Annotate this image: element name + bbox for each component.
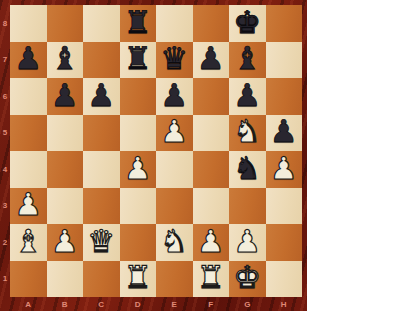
square-g8[interactable]: ♚ xyxy=(229,5,266,42)
square-b6[interactable]: ♟ xyxy=(47,78,84,115)
square-f4[interactable] xyxy=(193,151,230,188)
square-h5[interactable]: ♟ xyxy=(266,115,303,152)
rank-label-6: 6 xyxy=(0,78,10,115)
rank-coordinates: 87654321 xyxy=(0,5,10,297)
square-b5[interactable] xyxy=(47,115,84,152)
square-e4[interactable] xyxy=(156,151,193,188)
piece-black-queen: ♛ xyxy=(160,43,188,74)
square-g6[interactable]: ♟ xyxy=(229,78,266,115)
file-label-g: G xyxy=(229,297,266,311)
piece-white-pawn: ♟ xyxy=(270,153,298,184)
file-label-e: E xyxy=(156,297,193,311)
square-e8[interactable] xyxy=(156,5,193,42)
square-h7[interactable] xyxy=(266,42,303,79)
piece-black-rook: ♜ xyxy=(124,7,152,38)
rank-label-8: 8 xyxy=(0,5,10,42)
square-g5[interactable]: ♞ xyxy=(229,115,266,152)
square-g1[interactable]: ♚ xyxy=(229,261,266,298)
square-d8[interactable]: ♜ xyxy=(120,5,157,42)
square-g2[interactable]: ♟ xyxy=(229,224,266,261)
piece-black-rook: ♜ xyxy=(124,43,152,74)
square-b3[interactable] xyxy=(47,188,84,225)
file-label-d: D xyxy=(120,297,157,311)
chessboard: ♜♚♟♝♜♛♟♝♟♟♟♟♟♞♟♟♞♟♟♝♟♛♞♟♟♜♜♚ xyxy=(10,5,302,297)
square-c6[interactable]: ♟ xyxy=(83,78,120,115)
rank-label-4: 4 xyxy=(0,151,10,188)
square-a7[interactable]: ♟ xyxy=(10,42,47,79)
square-c8[interactable] xyxy=(83,5,120,42)
square-d6[interactable] xyxy=(120,78,157,115)
square-a1[interactable] xyxy=(10,261,47,298)
piece-black-pawn: ♟ xyxy=(51,80,79,111)
file-label-h: H xyxy=(266,297,303,311)
square-e6[interactable]: ♟ xyxy=(156,78,193,115)
rank-label-1: 1 xyxy=(0,261,10,298)
square-c1[interactable] xyxy=(83,261,120,298)
piece-white-knight: ♞ xyxy=(233,116,261,147)
square-h1[interactable] xyxy=(266,261,303,298)
piece-black-pawn: ♟ xyxy=(270,116,298,147)
square-a5[interactable] xyxy=(10,115,47,152)
piece-white-bishop: ♝ xyxy=(14,226,42,257)
chess-app-canvas: 87654321 ♜♚♟♝♜♛♟♝♟♟♟♟♟♞♟♟♞♟♟♝♟♛♞♟♟♜♜♚ AB… xyxy=(0,0,414,311)
square-b8[interactable] xyxy=(47,5,84,42)
file-coordinates: ABCDEFGH xyxy=(10,297,302,311)
square-h3[interactable] xyxy=(266,188,303,225)
square-a6[interactable] xyxy=(10,78,47,115)
piece-black-bishop: ♝ xyxy=(51,43,79,74)
piece-white-rook: ♜ xyxy=(124,262,152,293)
piece-black-pawn: ♟ xyxy=(14,43,42,74)
rank-label-5: 5 xyxy=(0,115,10,152)
square-a8[interactable] xyxy=(10,5,47,42)
square-h4[interactable]: ♟ xyxy=(266,151,303,188)
square-h8[interactable] xyxy=(266,5,303,42)
square-h6[interactable] xyxy=(266,78,303,115)
file-label-c: C xyxy=(83,297,120,311)
square-c7[interactable] xyxy=(83,42,120,79)
square-c4[interactable] xyxy=(83,151,120,188)
file-label-b: B xyxy=(47,297,84,311)
square-f5[interactable] xyxy=(193,115,230,152)
piece-white-pawn: ♟ xyxy=(51,226,79,257)
piece-white-king: ♚ xyxy=(233,262,261,293)
rank-label-2: 2 xyxy=(0,224,10,261)
square-d5[interactable] xyxy=(120,115,157,152)
piece-black-pawn: ♟ xyxy=(197,43,225,74)
square-e5[interactable]: ♟ xyxy=(156,115,193,152)
square-f1[interactable]: ♜ xyxy=(193,261,230,298)
square-f7[interactable]: ♟ xyxy=(193,42,230,79)
square-e2[interactable]: ♞ xyxy=(156,224,193,261)
square-h2[interactable] xyxy=(266,224,303,261)
square-b2[interactable]: ♟ xyxy=(47,224,84,261)
square-g7[interactable]: ♝ xyxy=(229,42,266,79)
piece-white-pawn: ♟ xyxy=(14,189,42,220)
piece-white-queen: ♛ xyxy=(87,226,115,257)
square-b7[interactable]: ♝ xyxy=(47,42,84,79)
piece-white-rook: ♜ xyxy=(197,262,225,293)
square-f6[interactable] xyxy=(193,78,230,115)
piece-black-bishop: ♝ xyxy=(233,43,261,74)
piece-black-king: ♚ xyxy=(233,7,261,38)
chessboard-frame: 87654321 ♜♚♟♝♜♛♟♝♟♟♟♟♟♞♟♟♞♟♟♝♟♛♞♟♟♜♜♚ AB… xyxy=(0,0,307,311)
square-f2[interactable]: ♟ xyxy=(193,224,230,261)
square-c3[interactable] xyxy=(83,188,120,225)
rank-label-3: 3 xyxy=(0,188,10,225)
square-c5[interactable] xyxy=(83,115,120,152)
rank-label-7: 7 xyxy=(0,42,10,79)
piece-black-pawn: ♟ xyxy=(233,80,261,111)
piece-black-knight: ♞ xyxy=(233,153,261,184)
square-f8[interactable] xyxy=(193,5,230,42)
square-a4[interactable] xyxy=(10,151,47,188)
square-f3[interactable] xyxy=(193,188,230,225)
piece-black-pawn: ♟ xyxy=(87,80,115,111)
square-a2[interactable]: ♝ xyxy=(10,224,47,261)
square-b4[interactable] xyxy=(47,151,84,188)
square-e3[interactable] xyxy=(156,188,193,225)
piece-white-pawn: ♟ xyxy=(160,116,188,147)
file-label-a: A xyxy=(10,297,47,311)
file-label-f: F xyxy=(193,297,230,311)
square-g3[interactable] xyxy=(229,188,266,225)
square-d1[interactable]: ♜ xyxy=(120,261,157,298)
square-a3[interactable]: ♟ xyxy=(10,188,47,225)
piece-white-pawn: ♟ xyxy=(124,153,152,184)
square-d4[interactable]: ♟ xyxy=(120,151,157,188)
piece-white-pawn: ♟ xyxy=(197,226,225,257)
square-d3[interactable] xyxy=(120,188,157,225)
square-e7[interactable]: ♛ xyxy=(156,42,193,79)
square-c2[interactable]: ♛ xyxy=(83,224,120,261)
piece-white-pawn: ♟ xyxy=(233,226,261,257)
square-b1[interactable] xyxy=(47,261,84,298)
square-d7[interactable]: ♜ xyxy=(120,42,157,79)
piece-black-pawn: ♟ xyxy=(160,80,188,111)
square-e1[interactable] xyxy=(156,261,193,298)
square-g4[interactable]: ♞ xyxy=(229,151,266,188)
square-d2[interactable] xyxy=(120,224,157,261)
piece-white-knight: ♞ xyxy=(160,226,188,257)
